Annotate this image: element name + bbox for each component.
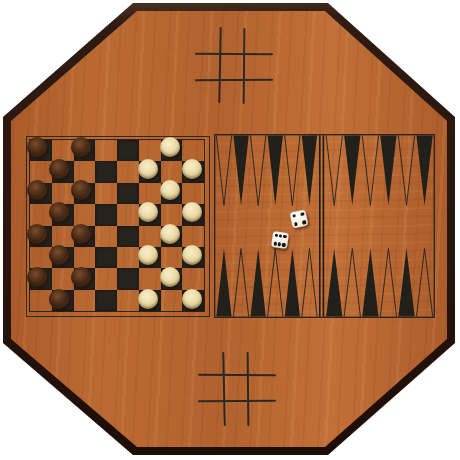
checker-piece-light-r5c7[interactable] xyxy=(160,224,180,244)
checkers-square-r4c4[interactable] xyxy=(95,204,117,225)
checkers-square-r5c6[interactable] xyxy=(139,226,161,247)
checker-piece-light-r3c7[interactable] xyxy=(160,180,180,200)
bg-point-top-3[interactable] xyxy=(251,135,266,205)
bg-point-bottom-5[interactable] xyxy=(285,249,300,317)
ttt-top-hline-lower xyxy=(195,79,273,81)
ttt-bottom-vline-right xyxy=(247,352,250,426)
checkers-square-r8c7[interactable] xyxy=(161,290,183,311)
checkers-square-r2c5[interactable] xyxy=(117,161,139,182)
checkers-square-r7c4[interactable] xyxy=(95,268,117,289)
die-pip xyxy=(282,243,286,247)
ttt-top-vline-right xyxy=(243,28,246,104)
die-pip xyxy=(301,212,305,216)
checker-piece-light-r6c8[interactable] xyxy=(182,245,202,265)
bg-point-top-4[interactable] xyxy=(268,135,283,205)
checkers-square-r7c8[interactable] xyxy=(182,268,204,289)
bg-point-top-5[interactable] xyxy=(285,135,300,205)
checkers-square-r6c5[interactable] xyxy=(117,247,139,268)
die-pip xyxy=(273,242,277,246)
bg-point-bottom-3[interactable] xyxy=(251,249,266,317)
checkers-square-r5c2[interactable] xyxy=(52,226,74,247)
bg-point-top-8[interactable] xyxy=(344,135,360,205)
checker-piece-light-r4c8[interactable] xyxy=(182,202,202,222)
checkers-square-r7c5[interactable] xyxy=(117,268,139,289)
bg-point-top-1[interactable] xyxy=(216,135,231,205)
ttt-bottom-vline-left xyxy=(222,352,226,426)
checkers-square-r3c8[interactable] xyxy=(182,183,204,204)
checker-piece-light-r7c7[interactable] xyxy=(160,267,180,287)
checkers-square-r8c4[interactable] xyxy=(95,290,117,311)
ttt-bottom-hline-upper xyxy=(198,374,276,377)
checker-piece-dark-r1c3[interactable] xyxy=(71,137,91,157)
checker-piece-light-r2c6[interactable] xyxy=(138,159,158,179)
checkers-square-r3c4[interactable] xyxy=(95,183,117,204)
checkers-square-r8c5[interactable] xyxy=(117,290,139,311)
checker-piece-dark-r7c1[interactable] xyxy=(27,267,47,287)
checkers-square-r3c6[interactable] xyxy=(139,183,161,204)
checkers-square-r1c4[interactable] xyxy=(95,140,117,161)
bg-point-bottom-12[interactable] xyxy=(416,249,432,317)
die-pip xyxy=(283,234,287,238)
ttt-bottom-hline-lower xyxy=(198,400,276,403)
bg-point-bottom-1[interactable] xyxy=(216,249,231,317)
die-pip xyxy=(294,222,298,226)
bg-point-top-10[interactable] xyxy=(380,135,396,205)
checkers-square-r1c2[interactable] xyxy=(52,140,74,161)
checker-piece-dark-r1c1[interactable] xyxy=(27,137,47,157)
die-pip xyxy=(274,233,278,237)
checkers-square-r5c4[interactable] xyxy=(95,226,117,247)
checker-piece-light-r8c8[interactable] xyxy=(182,289,202,309)
bg-point-top-2[interactable] xyxy=(233,135,248,205)
die-pip xyxy=(302,221,306,225)
checkers-square-r5c8[interactable] xyxy=(182,226,204,247)
bg-point-bottom-10[interactable] xyxy=(380,249,396,317)
checker-piece-light-r8c6[interactable] xyxy=(138,289,158,309)
checker-piece-dark-r5c1[interactable] xyxy=(27,224,47,244)
checkers-square-r6c3[interactable] xyxy=(74,247,96,268)
checkers-square-r7c6[interactable] xyxy=(139,268,161,289)
bg-point-top-9[interactable] xyxy=(362,135,378,205)
checkers-square-r6c7[interactable] xyxy=(161,247,183,268)
die-1-showing-4[interactable] xyxy=(290,210,309,229)
die-2-showing-6[interactable] xyxy=(271,231,289,249)
bg-point-top-12[interactable] xyxy=(416,135,432,205)
checker-piece-light-r6c6[interactable] xyxy=(138,245,158,265)
bg-point-bottom-4[interactable] xyxy=(268,249,283,317)
checkers-square-r4c3[interactable] xyxy=(74,204,96,225)
bg-point-bottom-11[interactable] xyxy=(398,249,414,317)
bg-point-bottom-6[interactable] xyxy=(302,249,317,317)
checker-piece-dark-r8c2[interactable] xyxy=(49,289,69,309)
bg-point-bottom-7[interactable] xyxy=(326,249,342,317)
checkers-square-r4c7[interactable] xyxy=(161,204,183,225)
octagonal-game-board xyxy=(0,0,460,460)
checkers-square-r4c5[interactable] xyxy=(117,204,139,225)
die-pip xyxy=(279,234,283,238)
checkers-square-r2c3[interactable] xyxy=(74,161,96,182)
checkers-square-r5c5[interactable] xyxy=(117,226,139,247)
checkers-square-r7c2[interactable] xyxy=(52,268,74,289)
die-pip xyxy=(292,214,296,218)
checker-piece-dark-r5c3[interactable] xyxy=(71,224,91,244)
bg-point-bottom-9[interactable] xyxy=(362,249,378,317)
checkers-square-r3c2[interactable] xyxy=(52,183,74,204)
checkers-square-r6c4[interactable] xyxy=(95,247,117,268)
checker-piece-dark-r4c2[interactable] xyxy=(49,202,69,222)
bg-point-top-7[interactable] xyxy=(326,135,342,205)
die-pip xyxy=(278,243,282,247)
bg-point-bottom-8[interactable] xyxy=(344,249,360,317)
checker-piece-light-r4c6[interactable] xyxy=(138,202,158,222)
checkers-square-r8c3[interactable] xyxy=(74,290,96,311)
bg-point-top-6[interactable] xyxy=(302,135,317,205)
checker-piece-light-r2c8[interactable] xyxy=(182,159,202,179)
ttt-top-vline-left xyxy=(218,27,221,103)
checker-piece-dark-r2c2[interactable] xyxy=(49,159,69,179)
ttt-top-hline-upper xyxy=(195,53,273,56)
checker-piece-light-r1c7[interactable] xyxy=(160,137,180,157)
checkers-square-r1c5[interactable] xyxy=(117,140,139,161)
checkers-square-r2c4[interactable] xyxy=(95,161,117,182)
checkers-square-r3c5[interactable] xyxy=(117,183,139,204)
backgammon-svg xyxy=(214,134,435,318)
bg-point-bottom-2[interactable] xyxy=(233,249,248,317)
bg-point-top-11[interactable] xyxy=(398,135,414,205)
